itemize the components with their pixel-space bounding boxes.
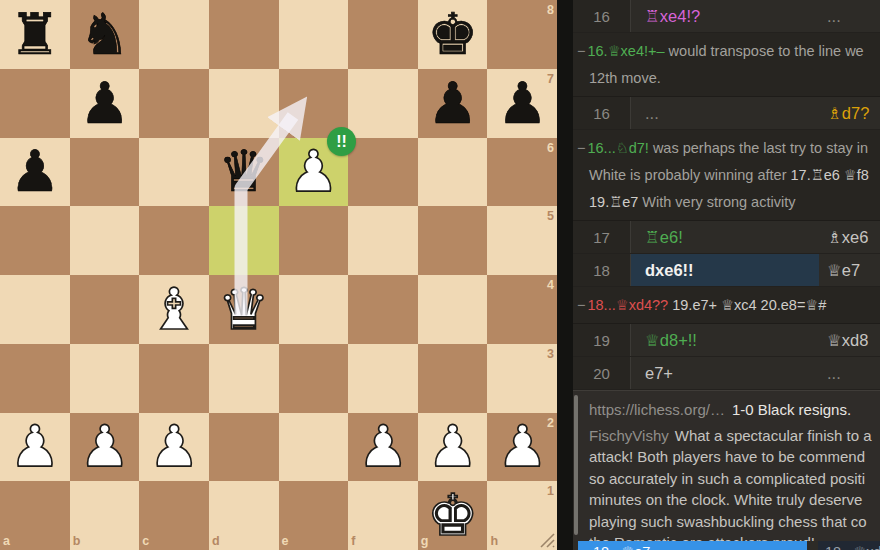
rank-label-3: 3 — [540, 348, 554, 361]
square-e3[interactable] — [279, 344, 349, 413]
white-move[interactable]: ♖e6! — [631, 221, 819, 253]
square-d5[interactable] — [209, 206, 279, 275]
comment-text: 12th move. — [589, 70, 661, 86]
black-queen-d6[interactable]: ♛ — [209, 138, 279, 207]
kibitz-text: playing such swashbuckling chess that co — [589, 511, 874, 532]
square-b5[interactable] — [70, 206, 140, 275]
variation-bar: 18...♕e7 18...♕xd4?? — [573, 541, 880, 550]
square-g3[interactable] — [418, 344, 488, 413]
rank-label-6: 6 — [540, 142, 554, 155]
white-pawn-g2[interactable]: ♟ — [418, 413, 488, 482]
file-label-e: e — [282, 535, 289, 548]
square-a4[interactable] — [0, 275, 70, 344]
square-c5[interactable] — [139, 206, 209, 275]
square-g5[interactable] — [418, 206, 488, 275]
file-label-a: a — [3, 535, 10, 548]
black-move[interactable]: ... — [819, 0, 880, 32]
file-label-b: b — [73, 535, 81, 548]
white-pawn-c2[interactable]: ♟ — [139, 413, 209, 482]
square-d2[interactable] — [209, 413, 279, 482]
comment-text: was perhaps the last try to stay in — [653, 140, 868, 156]
black-move[interactable]: ♗xe6 — [819, 221, 880, 253]
analysis-panel: 16 ♖xe4!? ... −16.♕xe4!+– would transpos… — [573, 0, 880, 550]
file-label-c: c — [142, 535, 149, 548]
move-row: 16 ♖xe4!? ... — [573, 0, 880, 33]
file-label-f: f — [351, 535, 355, 548]
white-pawn-a2[interactable]: ♟ — [0, 413, 70, 482]
inline-move[interactable]: 19.♖e7 — [589, 194, 638, 210]
brilliant-move-badge: !! — [327, 127, 356, 156]
game-result: 1-0 Black resigns. — [732, 401, 851, 418]
square-b4[interactable] — [70, 275, 140, 344]
move-number: 20 — [573, 357, 631, 389]
move-number: 16 — [573, 97, 631, 129]
white-move[interactable]: ♕d8+!! — [631, 324, 819, 356]
move-row: 16 ... ♗d7? — [573, 97, 880, 130]
white-pawn-b2[interactable]: ♟ — [70, 413, 140, 482]
square-e4[interactable] — [279, 275, 349, 344]
square-c6[interactable] — [139, 138, 209, 207]
kibitz-text: What a spectacular finish to a l — [675, 427, 874, 444]
collapse-dash-icon[interactable]: − — [577, 43, 585, 59]
black-move[interactable]: ♕e7 — [819, 254, 880, 286]
comment-block: −18...♕xd4?? 19.e7+ ♕xc4 20.e8=♕# — [573, 287, 880, 324]
square-c8[interactable] — [139, 0, 209, 69]
square-f3[interactable] — [348, 344, 418, 413]
board-resize-handle[interactable] — [538, 531, 556, 549]
file-label-g: g — [421, 535, 429, 548]
rank-label-8: 8 — [540, 4, 554, 17]
move-row: 17 ♖e6! ♗xe6 — [573, 221, 880, 254]
variation-bar-gap — [807, 541, 818, 550]
square-g4[interactable] — [418, 275, 488, 344]
rank-label-5: 5 — [540, 210, 554, 223]
square-e2[interactable] — [279, 413, 349, 482]
black-knight-b8[interactable]: ♞ — [70, 0, 140, 69]
square-c1[interactable] — [139, 481, 209, 550]
comment-block: −16.♕xe4!+– would transpose to the line … — [573, 33, 880, 97]
move-row: 19 ♕d8+!! ♕xd8 — [573, 324, 880, 357]
square-d8[interactable] — [209, 0, 279, 69]
white-move[interactable]: e7+ — [631, 357, 819, 389]
collapse-dash-icon[interactable]: − — [577, 140, 585, 156]
rank-label-7: 7 — [540, 73, 554, 86]
white-move-current[interactable]: dxe6!! — [631, 254, 819, 286]
white-bishop-c4[interactable]: ♝ — [139, 275, 209, 344]
kibitz-text: so accurately in such a complicated posi… — [589, 468, 874, 489]
move-number: 16 — [573, 0, 631, 32]
white-move[interactable]: ... — [631, 97, 819, 129]
square-a5[interactable] — [0, 206, 70, 275]
comment-text: With very strong activity — [642, 194, 795, 210]
move-number: 19 — [573, 324, 631, 356]
white-queen-d4[interactable]: ♛ — [209, 275, 279, 344]
white-pawn-f2[interactable]: ♟ — [348, 413, 418, 482]
move-number: 17 — [573, 221, 631, 253]
square-b3[interactable] — [70, 344, 140, 413]
square-g6[interactable] — [418, 138, 488, 207]
kibitz-text: minutes on the clock. White truly deserv… — [589, 489, 874, 510]
inline-move[interactable]: 18...♕xd4?? — [587, 297, 668, 313]
white-move[interactable]: ♖xe4!? — [631, 0, 819, 32]
square-f4[interactable] — [348, 275, 418, 344]
square-f5[interactable] — [348, 206, 418, 275]
chess-board[interactable]: ♜♞♚♟♟♟♟♛♟♝♛♟♟♟♟♟♟♚ abcdefgh12345678 !! — [0, 0, 557, 550]
kibitz-text: attack! Both players have to be commend — [589, 446, 874, 467]
square-f7[interactable] — [348, 69, 418, 138]
scrollbar-thumb[interactable] — [574, 395, 578, 535]
file-label-h: h — [490, 535, 498, 548]
square-d3[interactable] — [209, 344, 279, 413]
collapse-dash-icon[interactable]: − — [577, 297, 585, 313]
black-pawn-a6[interactable]: ♟ — [0, 138, 70, 207]
square-a1[interactable] — [0, 481, 70, 550]
square-e5[interactable] — [279, 206, 349, 275]
inline-move[interactable]: 16.♕xe4!+– — [587, 43, 664, 59]
rank-label-4: 4 — [540, 279, 554, 292]
move-row-current: 18 dxe6!! ♕e7 — [573, 254, 880, 287]
square-b6[interactable] — [70, 138, 140, 207]
inline-move[interactable]: 19.e7+ ♕xc4 20.e8=♕# — [672, 297, 826, 313]
comment-author: FischyVishy — [589, 427, 669, 444]
inline-move[interactable]: 16...♘d7! — [587, 140, 648, 156]
game-link[interactable]: https://lichess.org/… — [589, 401, 725, 418]
square-f6[interactable] — [348, 138, 418, 207]
comment-text: would transpose to the line we — [669, 43, 864, 59]
square-f8[interactable] — [348, 0, 418, 69]
move-row: 20 e7+ ... — [573, 357, 880, 390]
kibitz-text: the Romantic era attackers proud! — [589, 532, 874, 541]
variation-button[interactable]: 18...♕xd4?? — [818, 541, 880, 550]
square-c7[interactable] — [139, 69, 209, 138]
black-move[interactable]: ... — [819, 357, 880, 389]
square-d7[interactable] — [209, 69, 279, 138]
square-e1[interactable] — [279, 481, 349, 550]
rank-label-1: 1 — [540, 485, 554, 498]
square-e8[interactable] — [279, 0, 349, 69]
square-a7[interactable] — [0, 69, 70, 138]
square-f1[interactable] — [348, 481, 418, 550]
comment-text: White is probably winning after — [589, 167, 786, 183]
black-pawn-g7[interactable]: ♟ — [418, 69, 488, 138]
variation-button-active[interactable]: 18...♕e7 — [578, 541, 807, 550]
move-number: 18 — [573, 254, 631, 286]
black-move[interactable]: ♕xd8 — [819, 324, 880, 356]
square-a3[interactable] — [0, 344, 70, 413]
comment-block: −16...♘d7! was perhaps the last try to s… — [573, 130, 880, 221]
rank-label-2: 2 — [540, 417, 554, 430]
black-pawn-b7[interactable]: ♟ — [70, 69, 140, 138]
black-king-g8[interactable]: ♚ — [418, 0, 488, 69]
kibitz-box: https://lichess.org/…1-0 Black resigns. … — [573, 390, 880, 541]
file-label-d: d — [212, 535, 220, 548]
inline-move[interactable]: 17.♖e6 ♕f8 — [791, 167, 869, 183]
black-move[interactable]: ♗d7? — [819, 97, 880, 129]
square-c3[interactable] — [139, 344, 209, 413]
black-rook-a8[interactable]: ♜ — [0, 0, 70, 69]
